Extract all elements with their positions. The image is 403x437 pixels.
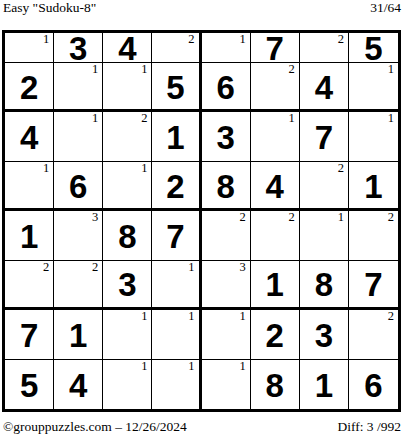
cell-r6c3[interactable]: 3 [103,261,152,310]
given-digit: 6 [216,71,234,104]
corner-mark: 1 [92,63,98,77]
cell-r6c1[interactable]: 2 [5,261,54,310]
corner-mark: 1 [239,33,245,47]
cell-r3c1[interactable]: 4 [5,112,54,161]
cell-r1c2[interactable]: 3 [54,33,103,63]
cell-r2c2[interactable]: 1 [54,63,103,112]
cell-r6c5[interactable]: 3 [202,261,251,310]
cell-r1c8[interactable]: 5 [349,33,398,63]
corner-mark: 1 [388,112,394,126]
given-digit: 1 [69,319,87,352]
cell-r6c2[interactable]: 2 [54,261,103,310]
given-digit: 1 [364,170,382,203]
cell-r3c8[interactable]: 1 [349,112,398,161]
given-digit: 3 [216,121,234,154]
given-digit: 1 [315,369,333,402]
given-digit: 5 [20,369,38,402]
given-digit: 8 [315,268,333,301]
given-digit: 1 [20,220,38,253]
cell-r8c2[interactable]: 4 [54,360,103,409]
corner-mark: 2 [338,33,344,47]
cell-r2c3[interactable]: 1 [103,63,152,112]
corner-mark: 1 [239,360,245,374]
cell-r8c5[interactable]: 1 [202,360,251,409]
cell-r5c8[interactable]: 2 [349,211,398,260]
cell-r7c5[interactable]: 1 [202,310,251,359]
cell-r3c5[interactable]: 3 [202,112,251,161]
corner-mark: 2 [289,63,295,77]
cell-r6c7[interactable]: 8 [300,261,349,310]
cell-r8c8[interactable]: 6 [349,360,398,409]
cell-r1c5[interactable]: 1 [202,33,251,63]
corner-mark: 1 [289,112,295,126]
given-digit: 6 [364,369,382,402]
cell-r4c1[interactable]: 1 [5,162,54,211]
given-digit: 7 [315,121,333,154]
cell-r5c7[interactable]: 1 [300,211,349,260]
page-title: Easy "Sudoku-8" [3,0,96,16]
given-digit: 7 [166,220,184,253]
cell-r3c2[interactable]: 1 [54,112,103,161]
corner-mark: 1 [388,63,394,77]
cell-r7c8[interactable]: 2 [349,310,398,359]
corner-mark: 1 [92,112,98,126]
given-digit: 1 [166,121,184,154]
cell-r5c6[interactable]: 2 [251,211,300,260]
cell-r2c7[interactable]: 4 [300,63,349,112]
cell-r2c4[interactable]: 5 [152,63,201,112]
given-digit: 3 [69,33,87,63]
cell-r5c2[interactable]: 3 [54,211,103,260]
corner-mark: 1 [338,211,344,225]
puzzle-counter: 31/64 [370,0,401,16]
cell-r7c3[interactable]: 1 [103,310,152,359]
given-digit: 6 [69,170,87,203]
given-digit: 4 [118,33,136,63]
given-digit: 2 [20,71,38,104]
corner-mark: 2 [92,261,98,275]
cell-r4c4[interactable]: 2 [152,162,201,211]
given-digit: 8 [266,369,284,402]
given-digit: 7 [20,319,38,352]
cell-r7c2[interactable]: 1 [54,310,103,359]
given-digit: 8 [118,220,136,253]
cell-r3c4[interactable]: 1 [152,112,201,161]
corner-mark: 1 [43,162,49,176]
corner-mark: 1 [43,33,49,47]
corner-mark: 3 [92,211,98,225]
given-digit: 4 [20,121,38,154]
corner-mark: 2 [388,211,394,225]
corner-mark: 1 [141,360,147,374]
cell-r3c6[interactable]: 1 [251,112,300,161]
given-digit: 1 [266,268,284,301]
cell-r8c1[interactable]: 5 [5,360,54,409]
cell-r7c1[interactable]: 7 [5,310,54,359]
cell-r8c6[interactable]: 8 [251,360,300,409]
given-digit: 4 [315,71,333,104]
cell-r8c4[interactable]: 1 [152,360,201,409]
copyright-text: ©grouppuzzles.com – 12/26/2024 [3,419,187,435]
corner-mark: 1 [188,310,194,324]
cell-r4c2[interactable]: 6 [54,162,103,211]
cell-r5c1[interactable]: 1 [5,211,54,260]
corner-mark: 1 [188,360,194,374]
cell-r2c6[interactable]: 2 [251,63,300,112]
cell-r2c1[interactable]: 2 [5,63,54,112]
cell-r8c7[interactable]: 1 [300,360,349,409]
given-digit: 2 [266,319,284,352]
corner-mark: 2 [188,33,194,47]
cell-r4c8[interactable]: 1 [349,162,398,211]
cell-r8c3[interactable]: 1 [103,360,152,409]
cell-r4c5[interactable]: 8 [202,162,251,211]
cell-r1c1[interactable]: 1 [5,33,54,63]
corner-mark: 3 [239,261,245,275]
cell-r5c3[interactable]: 8 [103,211,152,260]
cell-r5c4[interactable]: 7 [152,211,201,260]
sudoku-board: 1342172521156241412131711612842113872212… [2,30,401,412]
corner-mark: 2 [338,162,344,176]
cell-r7c6[interactable]: 2 [251,310,300,359]
given-digit: 2 [166,170,184,203]
given-digit: 4 [266,170,284,203]
corner-mark: 1 [188,261,194,275]
given-digit: 4 [69,369,87,402]
corner-mark: 1 [141,63,147,77]
corner-mark: 2 [289,211,295,225]
sudoku-printout-page: Easy "Sudoku-8" 31/64 134217252115624141… [0,0,403,437]
given-digit: 7 [266,33,284,63]
cell-r1c7[interactable]: 2 [300,33,349,63]
given-digit: 3 [118,268,136,301]
cell-r7c4[interactable]: 1 [152,310,201,359]
given-digit: 7 [364,268,382,301]
corner-mark: 2 [43,261,49,275]
cell-r4c7[interactable]: 2 [300,162,349,211]
given-digit: 5 [166,71,184,104]
cell-r6c4[interactable]: 1 [152,261,201,310]
corner-mark: 1 [141,310,147,324]
cell-r1c4[interactable]: 2 [152,33,201,63]
cell-r2c5[interactable]: 6 [202,63,251,112]
corner-mark: 2 [388,310,394,324]
given-digit: 3 [315,319,333,352]
given-digit: 5 [364,33,382,63]
cell-r5c5[interactable]: 2 [202,211,251,260]
cell-r3c7[interactable]: 7 [300,112,349,161]
corner-mark: 1 [239,310,245,324]
cell-r4c3[interactable]: 1 [103,162,152,211]
corner-mark: 2 [141,112,147,126]
given-digit: 8 [216,170,234,203]
cell-r4c6[interactable]: 4 [251,162,300,211]
cell-r3c3[interactable]: 2 [103,112,152,161]
cell-r2c8[interactable]: 1 [349,63,398,112]
cell-r6c8[interactable]: 7 [349,261,398,310]
cell-r1c6[interactable]: 7 [251,33,300,63]
difficulty-text: Diff: 3 /992 [338,419,402,435]
cell-r7c7[interactable]: 3 [300,310,349,359]
cell-r6c6[interactable]: 1 [251,261,300,310]
corner-mark: 1 [141,162,147,176]
corner-mark: 2 [239,211,245,225]
cell-r1c3[interactable]: 4 [103,33,152,63]
